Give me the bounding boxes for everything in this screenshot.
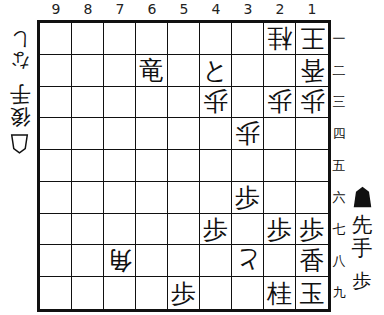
square-52[interactable] <box>168 55 200 87</box>
square-73[interactable] <box>104 87 136 119</box>
gote-piece-icon <box>11 130 30 154</box>
rank-label-9: 九 <box>331 277 347 309</box>
piece-gote-lance[interactable]: 香 <box>300 58 325 83</box>
square-61[interactable] <box>136 23 168 55</box>
piece-sente-pawn[interactable]: 歩 <box>171 281 196 306</box>
square-58[interactable] <box>168 245 200 277</box>
sente-hand-panel: 先手 歩 <box>346 186 378 292</box>
piece-gote-king[interactable]: 王 <box>300 26 325 51</box>
square-24[interactable] <box>264 118 296 150</box>
square-75[interactable] <box>104 150 136 182</box>
square-76[interactable] <box>104 182 136 214</box>
square-57[interactable] <box>168 214 200 246</box>
square-45[interactable] <box>200 150 232 182</box>
square-25[interactable] <box>264 150 296 182</box>
square-93[interactable] <box>40 87 72 119</box>
square-81[interactable] <box>72 23 104 55</box>
square-17[interactable]: 歩 <box>296 214 328 246</box>
square-41[interactable] <box>200 23 232 55</box>
piece-gote-pawn[interactable]: 歩 <box>267 89 292 114</box>
piece-gote-pawn[interactable]: 歩 <box>203 89 228 114</box>
file-label-3: 3 <box>232 0 264 18</box>
piece-sente-knight[interactable]: 桂 <box>267 281 292 306</box>
piece-sente-king[interactable]: 玉 <box>300 281 325 306</box>
square-39[interactable] <box>232 277 264 309</box>
square-13[interactable]: 歩 <box>296 87 328 119</box>
square-55[interactable] <box>168 150 200 182</box>
square-34[interactable]: 歩 <box>232 118 264 150</box>
square-86[interactable] <box>72 182 104 214</box>
square-26[interactable] <box>264 182 296 214</box>
gote-hand: なし <box>10 29 31 72</box>
square-18[interactable]: 香 <box>296 245 328 277</box>
square-89[interactable] <box>72 277 104 309</box>
rank-label-5: 五 <box>331 150 347 182</box>
rank-labels: 一二三四五六七八九 <box>331 23 347 309</box>
square-31[interactable] <box>232 23 264 55</box>
square-68[interactable] <box>136 245 168 277</box>
file-label-7: 7 <box>104 0 136 18</box>
file-label-4: 4 <box>200 0 232 18</box>
square-67[interactable] <box>136 214 168 246</box>
piece-gote-bishop[interactable]: 角 <box>107 248 132 273</box>
square-33[interactable] <box>232 87 264 119</box>
square-65[interactable] <box>136 150 168 182</box>
piece-sente-pawn[interactable]: 歩 <box>267 217 292 242</box>
file-label-1: 1 <box>296 0 328 18</box>
square-84[interactable] <box>72 118 104 150</box>
piece-sente-tokin[interactable]: と <box>203 58 229 83</box>
square-49[interactable] <box>200 277 232 309</box>
gote-hand-panel: 後手 なし <box>5 16 35 154</box>
file-label-2: 2 <box>264 0 296 18</box>
square-63[interactable] <box>136 87 168 119</box>
square-78[interactable]: 角 <box>104 245 136 277</box>
file-labels: 987654321 <box>40 0 328 18</box>
square-42[interactable]: と <box>200 55 232 87</box>
file-label-9: 9 <box>40 0 72 18</box>
square-74[interactable] <box>104 118 136 150</box>
square-15[interactable] <box>296 150 328 182</box>
piece-sente-pawn[interactable]: 歩 <box>203 217 228 242</box>
square-96[interactable] <box>40 182 72 214</box>
file-label-5: 5 <box>168 0 200 18</box>
square-46[interactable] <box>200 182 232 214</box>
square-64[interactable] <box>136 118 168 150</box>
shogi-board[interactable]: 桂王竜と香歩歩歩歩歩歩歩歩角と香歩桂玉 <box>37 20 331 312</box>
rank-label-3: 三 <box>331 87 347 119</box>
square-44[interactable] <box>200 118 232 150</box>
piece-gote-pawn[interactable]: 歩 <box>300 89 325 114</box>
square-79[interactable] <box>104 277 136 309</box>
square-97[interactable] <box>40 214 72 246</box>
square-77[interactable] <box>104 214 136 246</box>
square-85[interactable] <box>72 150 104 182</box>
sente-hand[interactable]: 歩 <box>352 270 373 291</box>
piece-sente-pawn[interactable]: 歩 <box>235 185 260 210</box>
sente-piece-icon <box>352 186 373 212</box>
piece-gote-tokin[interactable]: と <box>235 248 261 273</box>
square-38[interactable]: と <box>232 245 264 277</box>
rank-label-7: 七 <box>331 214 347 246</box>
rank-label-8: 八 <box>331 245 347 277</box>
square-12[interactable]: 香 <box>296 55 328 87</box>
square-82[interactable] <box>72 55 104 87</box>
square-47[interactable]: 歩 <box>200 214 232 246</box>
square-94[interactable] <box>40 118 72 150</box>
square-23[interactable]: 歩 <box>264 87 296 119</box>
square-71[interactable] <box>104 23 136 55</box>
square-95[interactable] <box>40 150 72 182</box>
square-37[interactable] <box>232 214 264 246</box>
square-48[interactable] <box>200 245 232 277</box>
square-28[interactable] <box>264 245 296 277</box>
square-22[interactable] <box>264 55 296 87</box>
square-56[interactable] <box>168 182 200 214</box>
square-88[interactable] <box>72 245 104 277</box>
piece-gote-knight[interactable]: 桂 <box>267 26 292 51</box>
file-label-6: 6 <box>136 0 168 18</box>
square-62[interactable]: 竜 <box>136 55 168 87</box>
square-14[interactable] <box>296 118 328 150</box>
square-21[interactable]: 桂 <box>264 23 296 55</box>
rank-label-1: 一 <box>331 23 347 55</box>
square-69[interactable] <box>136 277 168 309</box>
square-19[interactable]: 玉 <box>296 277 328 309</box>
square-11[interactable]: 王 <box>296 23 328 55</box>
piece-sente-dragon[interactable]: 竜 <box>139 58 164 83</box>
square-92[interactable] <box>40 55 72 87</box>
square-16[interactable] <box>296 182 328 214</box>
square-43[interactable]: 歩 <box>200 87 232 119</box>
square-36[interactable]: 歩 <box>232 182 264 214</box>
rank-label-4: 四 <box>331 118 347 150</box>
sente-label: 先手 <box>351 214 373 259</box>
rank-label-2: 二 <box>331 55 347 87</box>
piece-sente-pawn[interactable]: 歩 <box>300 217 325 242</box>
file-label-8: 8 <box>72 0 104 18</box>
piece-gote-pawn[interactable]: 歩 <box>235 121 260 146</box>
square-32[interactable] <box>232 55 264 87</box>
square-98[interactable] <box>40 245 72 277</box>
square-91[interactable] <box>40 23 72 55</box>
square-35[interactable] <box>232 150 264 182</box>
square-72[interactable] <box>104 55 136 87</box>
square-83[interactable] <box>72 87 104 119</box>
square-87[interactable] <box>72 214 104 246</box>
square-59[interactable]: 歩 <box>168 277 200 309</box>
square-66[interactable] <box>136 182 168 214</box>
gote-label: 後手 <box>9 83 31 128</box>
piece-sente-lance[interactable]: 香 <box>300 248 325 273</box>
square-29[interactable]: 桂 <box>264 277 296 309</box>
square-51[interactable] <box>168 23 200 55</box>
shogi-diagram: 987654321 桂王竜と香歩歩歩歩歩歩歩歩角と香歩桂玉 一二三四五六七八九 … <box>0 0 384 315</box>
square-99[interactable] <box>40 277 72 309</box>
square-27[interactable]: 歩 <box>264 214 296 246</box>
rank-label-6: 六 <box>331 182 347 214</box>
square-53[interactable] <box>168 87 200 119</box>
square-54[interactable] <box>168 118 200 150</box>
